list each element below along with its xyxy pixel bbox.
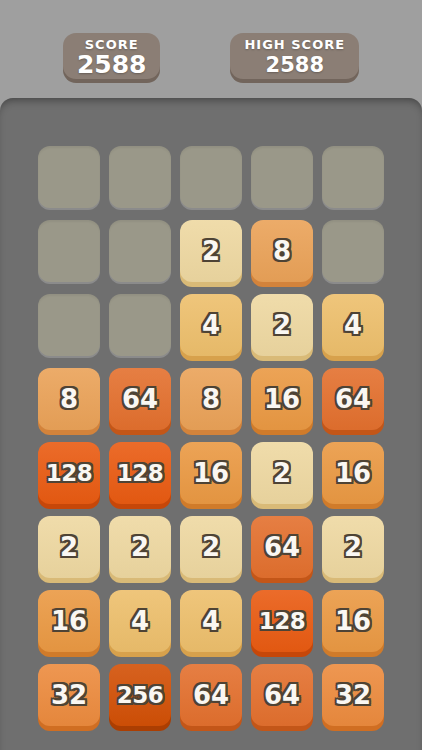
tile-16: 16 (38, 590, 100, 652)
tile-16: 16 (251, 368, 313, 430)
tile-2: 2 (180, 220, 242, 282)
game-board[interactable]: 2842486481664128128162162226421644128163… (0, 98, 422, 750)
empty-cell (109, 294, 171, 356)
score-panel: SCORE 2588 HIGH SCORE 2588 (0, 0, 422, 98)
tile-8: 8 (180, 368, 242, 430)
tile-2: 2 (251, 294, 313, 356)
tile-64: 64 (109, 368, 171, 430)
empty-cell (38, 294, 100, 356)
empty-cell (251, 146, 313, 208)
tile-2: 2 (180, 516, 242, 578)
tile-4: 4 (180, 590, 242, 652)
empty-cell (38, 146, 100, 208)
tile-256: 256 (109, 664, 171, 726)
high-score-badge: HIGH SCORE 2588 (230, 33, 359, 79)
tile-64: 64 (180, 664, 242, 726)
tile-8: 8 (251, 220, 313, 282)
tile-128: 128 (109, 442, 171, 504)
tile-16: 16 (322, 442, 384, 504)
tile-2: 2 (109, 516, 171, 578)
empty-cell (109, 220, 171, 282)
tile-32: 32 (38, 664, 100, 726)
tile-8: 8 (38, 368, 100, 430)
tile-2: 2 (251, 442, 313, 504)
tile-4: 4 (109, 590, 171, 652)
empty-cell (180, 146, 242, 208)
tile-2: 2 (322, 516, 384, 578)
tile-128: 128 (38, 442, 100, 504)
tile-16: 16 (322, 590, 384, 652)
tile-4: 4 (180, 294, 242, 356)
empty-cell (322, 220, 384, 282)
tile-2: 2 (38, 516, 100, 578)
tile-128: 128 (251, 590, 313, 652)
high-score-value: 2588 (266, 52, 324, 78)
score-value: 2588 (77, 52, 147, 78)
tile-4: 4 (322, 294, 384, 356)
score-badge: SCORE 2588 (63, 33, 161, 79)
tile-64: 64 (251, 516, 313, 578)
empty-cell (109, 146, 171, 208)
high-score-label: HIGH SCORE (244, 37, 345, 52)
tile-grid: 2842486481664128128162162226421644128163… (0, 98, 422, 726)
tile-64: 64 (251, 664, 313, 726)
tile-64: 64 (322, 368, 384, 430)
tile-32: 32 (322, 664, 384, 726)
tile-16: 16 (180, 442, 242, 504)
empty-cell (38, 220, 100, 282)
empty-cell (322, 146, 384, 208)
